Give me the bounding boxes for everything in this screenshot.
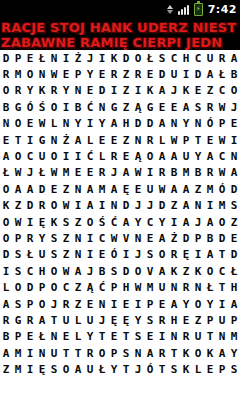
grid-cell[interactable]: R xyxy=(204,99,216,115)
grid-cell[interactable]: J xyxy=(84,263,96,279)
grid-cell[interactable]: A xyxy=(228,50,240,66)
grid-cell[interactable]: R xyxy=(156,165,168,181)
grid-cell[interactable]: N xyxy=(228,148,240,164)
grid-cell[interactable]: M xyxy=(180,165,192,181)
grid-cell[interactable]: U xyxy=(84,362,96,378)
grid-cell[interactable]: N xyxy=(72,181,84,197)
grid-cell[interactable]: E xyxy=(84,83,96,99)
grid-cell[interactable]: N xyxy=(36,66,48,82)
grid-cell[interactable]: E xyxy=(204,132,216,148)
grid-cell[interactable]: O xyxy=(0,181,12,197)
grid-cell[interactable]: Ę xyxy=(180,247,192,263)
grid-cell[interactable]: N xyxy=(72,230,84,246)
grid-cell[interactable]: Z xyxy=(228,214,240,230)
grid-cell[interactable]: B xyxy=(96,263,108,279)
grid-cell[interactable]: V xyxy=(120,230,132,246)
grid-cell[interactable]: A xyxy=(180,214,192,230)
grid-cell[interactable]: S xyxy=(144,247,156,263)
grid-cell[interactable]: Y xyxy=(24,83,36,99)
grid-cell[interactable]: D xyxy=(228,181,240,197)
grid-cell[interactable]: Y xyxy=(60,83,72,99)
grid-cell[interactable]: J xyxy=(144,198,156,214)
grid-cell[interactable]: I xyxy=(216,296,228,312)
grid-cell[interactable]: C xyxy=(216,263,228,279)
grid-cell[interactable]: E xyxy=(96,132,108,148)
grid-cell[interactable]: J xyxy=(132,247,144,263)
grid-cell[interactable]: A xyxy=(180,198,192,214)
grid-cell[interactable]: N xyxy=(72,83,84,99)
grid-cell[interactable]: R xyxy=(48,83,60,99)
grid-cell[interactable]: E xyxy=(0,132,12,148)
grid-cell[interactable]: W xyxy=(132,280,144,296)
grid-cell[interactable]: C xyxy=(60,280,72,296)
grid-cell[interactable]: A xyxy=(0,296,12,312)
grid-cell[interactable]: E xyxy=(228,230,240,246)
grid-cell[interactable]: S xyxy=(12,247,24,263)
grid-cell[interactable]: Ć xyxy=(108,214,120,230)
grid-cell[interactable]: N xyxy=(132,132,144,148)
grid-cell[interactable]: C xyxy=(216,148,228,164)
grid-cell[interactable]: R xyxy=(156,345,168,361)
grid-cell[interactable]: Ł xyxy=(36,50,48,66)
grid-cell[interactable]: I xyxy=(156,329,168,345)
grid-cell[interactable]: I xyxy=(204,198,216,214)
grid-cell[interactable]: D xyxy=(120,198,132,214)
grid-cell[interactable]: A xyxy=(216,345,228,361)
grid-cell[interactable]: P xyxy=(204,312,216,328)
grid-cell[interactable]: W xyxy=(216,99,228,115)
grid-cell[interactable]: V xyxy=(144,263,156,279)
grid-cell[interactable]: I xyxy=(228,132,240,148)
grid-cell[interactable]: J xyxy=(192,214,204,230)
grid-cell[interactable]: E xyxy=(228,116,240,132)
grid-cell[interactable]: A xyxy=(204,148,216,164)
grid-cell[interactable]: T xyxy=(60,345,72,361)
grid-cell[interactable]: E xyxy=(120,296,132,312)
grid-cell[interactable]: Ę xyxy=(120,181,132,197)
grid-cell[interactable]: W xyxy=(156,181,168,197)
grid-cell[interactable]: I xyxy=(24,345,36,361)
grid-cell[interactable]: L xyxy=(48,116,60,132)
grid-cell[interactable]: B xyxy=(228,66,240,82)
grid-cell[interactable]: I xyxy=(96,198,108,214)
grid-cell[interactable]: K xyxy=(36,83,48,99)
grid-cell[interactable]: E xyxy=(72,165,84,181)
grid-cell[interactable]: A xyxy=(228,296,240,312)
grid-cell[interactable]: U xyxy=(156,280,168,296)
grid-cell[interactable]: E xyxy=(60,329,72,345)
grid-cell[interactable]: M xyxy=(60,165,72,181)
grid-cell[interactable]: A xyxy=(36,312,48,328)
grid-cell[interactable]: H xyxy=(120,280,132,296)
grid-cell[interactable]: O xyxy=(12,116,24,132)
grid-cell[interactable]: O xyxy=(144,148,156,164)
grid-cell[interactable]: Ó xyxy=(204,116,216,132)
grid-cell[interactable]: P xyxy=(108,345,120,361)
grid-cell[interactable]: Z xyxy=(204,83,216,99)
grid-cell[interactable]: N xyxy=(96,99,108,115)
grid-cell[interactable]: A xyxy=(72,362,84,378)
grid-cell[interactable]: G xyxy=(108,99,120,115)
grid-cell[interactable]: Ą xyxy=(132,148,144,164)
grid-cell[interactable]: S xyxy=(48,362,60,378)
grid-cell[interactable]: E xyxy=(84,296,96,312)
grid-cell[interactable]: I xyxy=(84,230,96,246)
grid-cell[interactable]: M xyxy=(144,280,156,296)
grid-cell[interactable]: Y xyxy=(96,116,108,132)
grid-cell[interactable]: W xyxy=(108,230,120,246)
grid-cell[interactable]: D xyxy=(0,247,12,263)
grid-cell[interactable]: Ł xyxy=(36,329,48,345)
grid-cell[interactable]: A xyxy=(108,181,120,197)
grid-cell[interactable]: N xyxy=(72,247,84,263)
grid-cell[interactable]: N xyxy=(168,116,180,132)
grid-cell[interactable]: Y xyxy=(180,296,192,312)
grid-cell[interactable]: I xyxy=(132,296,144,312)
grid-cell[interactable]: J xyxy=(168,83,180,99)
grid-cell[interactable]: O xyxy=(84,214,96,230)
grid-cell[interactable]: R xyxy=(60,296,72,312)
grid-cell[interactable]: N xyxy=(96,296,108,312)
grid-cell[interactable]: G xyxy=(36,132,48,148)
grid-cell[interactable]: O xyxy=(48,280,60,296)
grid-cell[interactable]: B xyxy=(192,165,204,181)
grid-cell[interactable]: I xyxy=(72,148,84,164)
grid-cell[interactable]: L xyxy=(156,132,168,148)
grid-cell[interactable]: R xyxy=(24,230,36,246)
grid-cell[interactable]: O xyxy=(228,83,240,99)
grid-cell[interactable]: W xyxy=(12,214,24,230)
grid-cell[interactable]: P xyxy=(192,230,204,246)
grid-cell[interactable]: O xyxy=(192,345,204,361)
grid-cell[interactable]: D xyxy=(156,66,168,82)
grid-cell[interactable]: Z xyxy=(72,280,84,296)
grid-cell[interactable]: B xyxy=(168,165,180,181)
grid-cell[interactable]: C xyxy=(168,50,180,66)
grid-cell[interactable]: Ą xyxy=(132,99,144,115)
grid-cell[interactable]: E xyxy=(168,99,180,115)
grid-cell[interactable]: O xyxy=(0,230,12,246)
grid-cell[interactable]: W xyxy=(216,132,228,148)
grid-cell[interactable]: O xyxy=(132,263,144,279)
grid-cell[interactable]: C xyxy=(144,214,156,230)
grid-cell[interactable]: N xyxy=(168,329,180,345)
grid-cell[interactable]: N xyxy=(168,280,180,296)
grid-cell[interactable]: U xyxy=(204,50,216,66)
grid-cell[interactable]: P xyxy=(12,230,24,246)
grid-cell[interactable]: I xyxy=(120,247,132,263)
grid-cell[interactable]: J xyxy=(48,296,60,312)
grid-cell[interactable]: Ł xyxy=(216,66,228,82)
grid-cell[interactable]: D xyxy=(36,181,48,197)
grid-cell[interactable]: W xyxy=(216,165,228,181)
grid-cell[interactable]: A xyxy=(120,214,132,230)
grid-cell[interactable]: A xyxy=(156,83,168,99)
grid-cell[interactable]: S xyxy=(60,214,72,230)
grid-cell[interactable]: W xyxy=(36,116,48,132)
grid-cell[interactable]: R xyxy=(12,83,24,99)
grid-cell[interactable]: Ć xyxy=(96,280,108,296)
grid-cell[interactable]: A xyxy=(84,181,96,197)
grid-cell[interactable]: R xyxy=(204,165,216,181)
grid-cell[interactable]: E xyxy=(144,66,156,82)
grid-cell[interactable]: Y xyxy=(84,329,96,345)
grid-cell[interactable]: Y xyxy=(192,148,204,164)
grid-cell[interactable]: Ę xyxy=(36,214,48,230)
grid-cell[interactable]: M xyxy=(12,66,24,82)
grid-cell[interactable]: K xyxy=(180,345,192,361)
grid-cell[interactable]: O xyxy=(24,66,36,82)
grid-cell[interactable]: Z xyxy=(192,312,204,328)
grid-cell[interactable]: Ś xyxy=(36,99,48,115)
grid-cell[interactable]: S xyxy=(228,362,240,378)
grid-cell[interactable]: O xyxy=(60,362,72,378)
grid-cell[interactable]: I xyxy=(96,50,108,66)
grid-cell[interactable]: R xyxy=(156,312,168,328)
grid-cell[interactable]: T xyxy=(192,132,204,148)
grid-cell[interactable]: Y xyxy=(108,362,120,378)
grid-cell[interactable]: U xyxy=(48,345,60,361)
grid-cell[interactable]: D xyxy=(228,247,240,263)
grid-cell[interactable]: N xyxy=(48,50,60,66)
grid-cell[interactable]: W xyxy=(48,66,60,82)
grid-cell[interactable]: I xyxy=(192,247,204,263)
grid-cell[interactable]: Ł xyxy=(144,50,156,66)
grid-cell[interactable]: D xyxy=(192,66,204,82)
grid-cell[interactable]: Z xyxy=(120,99,132,115)
grid-cell[interactable]: H xyxy=(228,280,240,296)
grid-cell[interactable]: Z xyxy=(60,230,72,246)
grid-cell[interactable]: S xyxy=(144,312,156,328)
grid-cell[interactable]: K xyxy=(180,362,192,378)
grid-cell[interactable]: H xyxy=(120,116,132,132)
grid-cell[interactable]: M xyxy=(204,181,216,197)
grid-cell[interactable]: I xyxy=(60,99,72,115)
grid-cell[interactable]: A xyxy=(156,116,168,132)
grid-cell[interactable]: A xyxy=(180,181,192,197)
grid-cell[interactable]: N xyxy=(216,329,228,345)
grid-cell[interactable]: E xyxy=(120,148,132,164)
grid-cell[interactable]: R xyxy=(0,312,12,328)
grid-cell[interactable]: E xyxy=(96,247,108,263)
grid-cell[interactable]: U xyxy=(192,329,204,345)
grid-cell[interactable]: A xyxy=(72,263,84,279)
grid-cell[interactable]: I xyxy=(108,296,120,312)
grid-cell[interactable]: J xyxy=(132,362,144,378)
grid-cell[interactable]: P xyxy=(216,116,228,132)
grid-cell[interactable]: S xyxy=(12,263,24,279)
grid-cell[interactable]: O xyxy=(156,247,168,263)
grid-cell[interactable]: I xyxy=(24,132,36,148)
grid-cell[interactable]: A xyxy=(168,181,180,197)
grid-cell[interactable]: K xyxy=(0,198,12,214)
grid-cell[interactable]: N xyxy=(0,116,12,132)
grid-cell[interactable]: I xyxy=(144,165,156,181)
grid-cell[interactable]: L xyxy=(72,329,84,345)
grid-cell[interactable]: O xyxy=(48,198,60,214)
grid-cell[interactable]: I xyxy=(168,214,180,230)
grid-cell[interactable]: K xyxy=(204,345,216,361)
grid-cell[interactable]: Ś xyxy=(96,214,108,230)
grid-cell[interactable]: C xyxy=(24,148,36,164)
grid-cell[interactable]: N xyxy=(132,345,144,361)
grid-cell[interactable]: A xyxy=(144,345,156,361)
grid-cell[interactable]: E xyxy=(180,312,192,328)
grid-cell[interactable]: K xyxy=(192,263,204,279)
grid-cell[interactable]: T xyxy=(120,362,132,378)
grid-cell[interactable]: N xyxy=(36,345,48,361)
grid-cell[interactable]: N xyxy=(108,198,120,214)
grid-cell[interactable]: U xyxy=(216,312,228,328)
grid-cell[interactable]: I xyxy=(132,83,144,99)
grid-cell[interactable]: I xyxy=(84,247,96,263)
grid-cell[interactable]: S xyxy=(156,50,168,66)
grid-cell[interactable]: S xyxy=(120,345,132,361)
grid-cell[interactable]: G xyxy=(12,312,24,328)
grid-cell[interactable]: E xyxy=(192,83,204,99)
grid-cell[interactable]: R xyxy=(132,66,144,82)
grid-cell[interactable]: R xyxy=(96,165,108,181)
grid-cell[interactable]: Ę xyxy=(108,312,120,328)
grid-cell[interactable]: Z xyxy=(120,66,132,82)
grid-cell[interactable]: L xyxy=(96,148,108,164)
grid-cell[interactable]: Y xyxy=(72,116,84,132)
grid-cell[interactable]: A xyxy=(0,345,12,361)
grid-cell[interactable]: A xyxy=(108,116,120,132)
grid-cell[interactable]: Y xyxy=(180,116,192,132)
grid-cell[interactable]: Ę xyxy=(36,362,48,378)
grid-cell[interactable]: D xyxy=(120,50,132,66)
grid-cell[interactable]: Ż xyxy=(168,230,180,246)
grid-cell[interactable]: L xyxy=(84,132,96,148)
grid-cell[interactable]: D xyxy=(132,116,144,132)
grid-cell[interactable]: Ż xyxy=(72,50,84,66)
grid-cell[interactable]: R xyxy=(216,50,228,66)
grid-cell[interactable]: L xyxy=(0,280,12,296)
grid-cell[interactable]: Y xyxy=(204,296,216,312)
grid-cell[interactable]: S xyxy=(48,230,60,246)
grid-cell[interactable]: T xyxy=(168,345,180,361)
grid-cell[interactable]: K xyxy=(108,50,120,66)
grid-cell[interactable]: A xyxy=(72,132,84,148)
grid-cell[interactable]: S xyxy=(12,296,24,312)
grid-cell[interactable]: Z xyxy=(192,181,204,197)
grid-cell[interactable]: D xyxy=(24,198,36,214)
grid-cell[interactable]: Z xyxy=(72,214,84,230)
grid-cell[interactable]: T xyxy=(48,312,60,328)
grid-cell[interactable]: D xyxy=(24,280,36,296)
grid-cell[interactable]: P xyxy=(24,296,36,312)
grid-cell[interactable]: B xyxy=(204,230,216,246)
grid-cell[interactable]: Ć xyxy=(84,148,96,164)
grid-cell[interactable]: E xyxy=(156,296,168,312)
grid-cell[interactable]: A xyxy=(204,247,216,263)
grid-cell[interactable]: A xyxy=(204,214,216,230)
grid-cell[interactable]: I xyxy=(180,66,192,82)
grid-cell[interactable]: Z xyxy=(120,83,132,99)
grid-cell[interactable]: E xyxy=(24,50,36,66)
grid-cell[interactable]: T xyxy=(216,280,228,296)
grid-cell[interactable]: A xyxy=(120,165,132,181)
grid-cell[interactable]: Z xyxy=(180,263,192,279)
grid-cell[interactable]: A xyxy=(156,230,168,246)
grid-cell[interactable]: W xyxy=(168,132,180,148)
grid-cell[interactable]: O xyxy=(204,263,216,279)
grid-cell[interactable]: D xyxy=(0,50,12,66)
grid-cell[interactable]: O xyxy=(192,296,204,312)
grid-cell[interactable]: N xyxy=(192,116,204,132)
grid-cell[interactable]: Ó xyxy=(144,362,156,378)
grid-cell[interactable]: D xyxy=(156,198,168,214)
grid-cell[interactable]: C xyxy=(192,50,204,66)
grid-cell[interactable]: Ą xyxy=(84,280,96,296)
grid-cell[interactable]: D xyxy=(180,230,192,246)
grid-cell[interactable]: R xyxy=(168,247,180,263)
grid-cell[interactable]: P xyxy=(108,280,120,296)
grid-cell[interactable]: E xyxy=(108,329,120,345)
grid-cell[interactable]: S xyxy=(108,263,120,279)
grid-cell[interactable]: N xyxy=(192,280,204,296)
grid-cell[interactable]: K xyxy=(168,263,180,279)
grid-cell[interactable]: Ó xyxy=(24,99,36,115)
grid-cell[interactable]: I xyxy=(24,362,36,378)
grid-cell[interactable]: M xyxy=(228,329,240,345)
grid-cell[interactable]: O xyxy=(0,83,12,99)
grid-cell[interactable]: T xyxy=(96,329,108,345)
grid-cell[interactable]: O xyxy=(48,99,60,115)
grid-cell[interactable]: I xyxy=(108,83,120,99)
grid-cell[interactable]: B xyxy=(0,99,12,115)
grid-cell[interactable]: N xyxy=(60,116,72,132)
grid-cell[interactable]: E xyxy=(24,329,36,345)
grid-cell[interactable]: O xyxy=(0,214,12,230)
grid-cell[interactable]: O xyxy=(36,296,48,312)
grid-cell[interactable]: I xyxy=(72,198,84,214)
grid-cell[interactable]: U xyxy=(36,247,48,263)
grid-cell[interactable]: S xyxy=(132,329,144,345)
grid-cell[interactable]: Z xyxy=(72,296,84,312)
grid-cell[interactable]: R xyxy=(180,329,192,345)
grid-cell[interactable]: A xyxy=(12,181,24,197)
grid-cell[interactable]: T xyxy=(120,329,132,345)
grid-cell[interactable]: R xyxy=(0,66,12,82)
grid-cell[interactable]: R xyxy=(180,280,192,296)
grid-cell[interactable]: Ł xyxy=(36,165,48,181)
grid-cell[interactable]: P xyxy=(72,66,84,82)
grid-cell[interactable]: P xyxy=(36,280,48,296)
grid-cell[interactable]: L xyxy=(192,362,204,378)
grid-cell[interactable]: K xyxy=(180,83,192,99)
grid-cell[interactable]: Z xyxy=(120,132,132,148)
grid-cell[interactable]: O xyxy=(216,214,228,230)
grid-cell[interactable]: R xyxy=(108,148,120,164)
grid-cell[interactable]: C xyxy=(216,83,228,99)
grid-cell[interactable]: E xyxy=(156,99,168,115)
grid-cell[interactable]: Z xyxy=(60,247,72,263)
grid-cell[interactable]: Y xyxy=(132,214,144,230)
grid-cell[interactable]: A xyxy=(0,148,12,164)
grid-cell[interactable]: Y xyxy=(84,66,96,82)
grid-cell[interactable]: W xyxy=(60,263,72,279)
grid-cell[interactable]: B xyxy=(0,329,12,345)
grid-cell[interactable]: W xyxy=(48,165,60,181)
grid-cell[interactable]: D xyxy=(144,116,156,132)
grid-cell[interactable]: R xyxy=(36,198,48,214)
grid-cell[interactable]: D xyxy=(120,263,132,279)
grid-cell[interactable]: B xyxy=(72,99,84,115)
grid-cell[interactable]: O xyxy=(48,148,60,164)
grid-cell[interactable]: O xyxy=(48,263,60,279)
